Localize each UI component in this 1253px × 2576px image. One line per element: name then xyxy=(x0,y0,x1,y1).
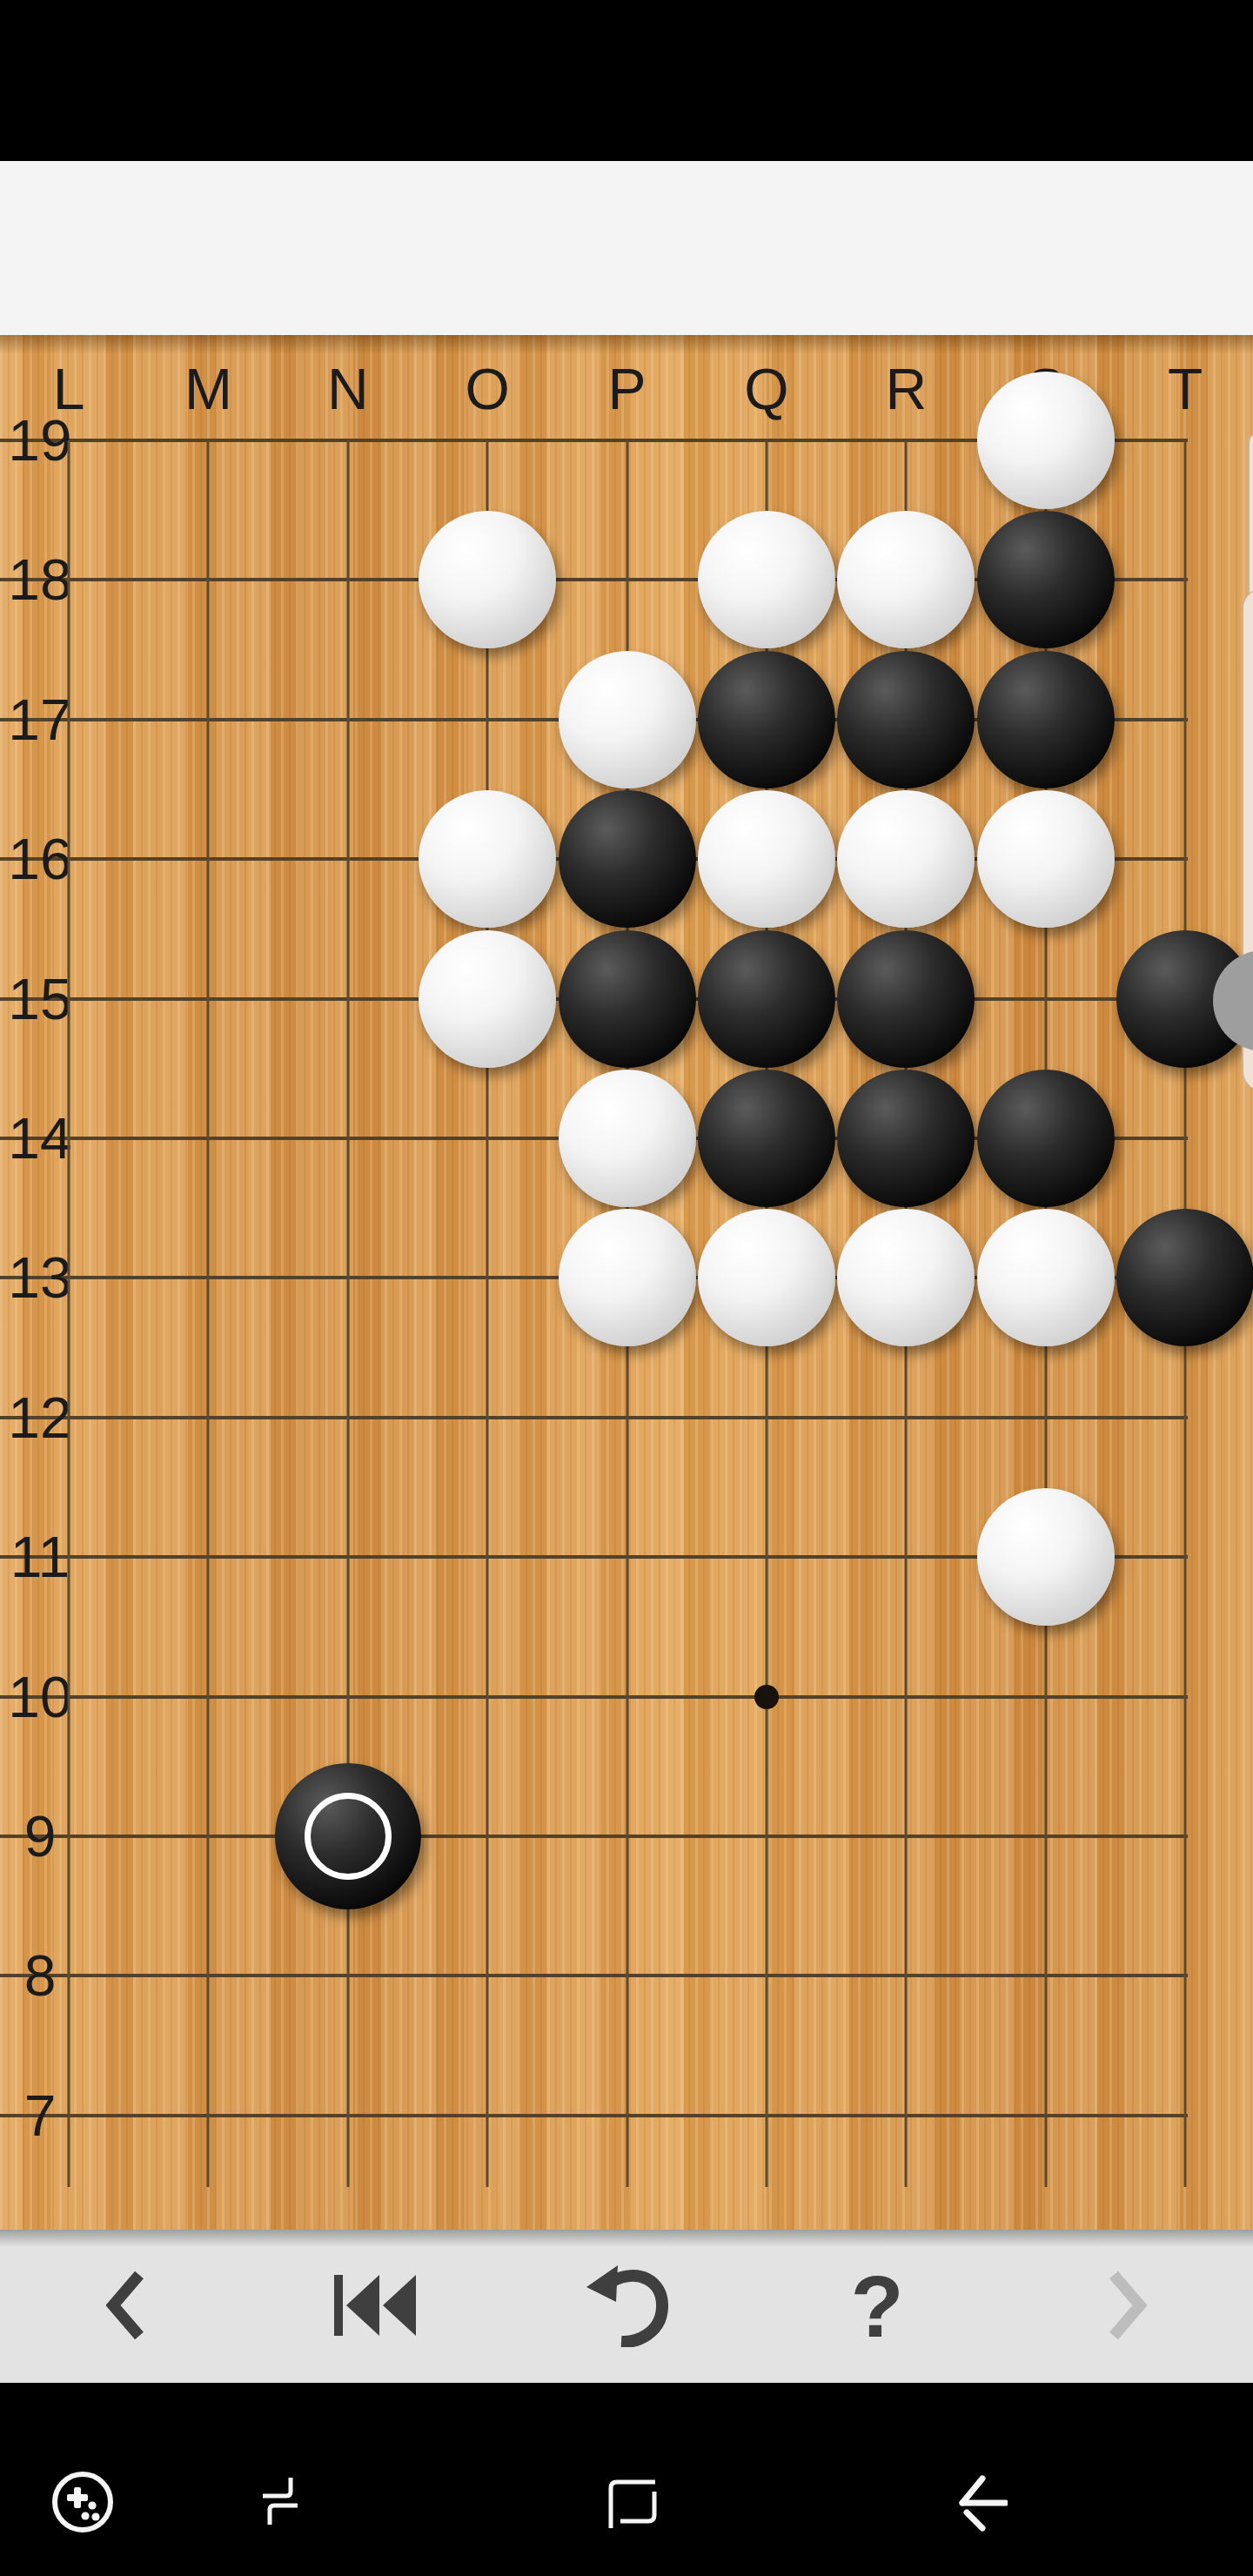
stone-black-Q15 xyxy=(698,930,835,1068)
undo-arrow-icon xyxy=(585,2264,668,2350)
row-label-8: 8 xyxy=(24,1942,57,2009)
stone-white-O18 xyxy=(419,511,556,648)
stone-white-O16 xyxy=(419,790,556,928)
game-tools-button[interactable] xyxy=(50,2469,116,2539)
row-label-13: 13 xyxy=(8,1244,71,1311)
row-label-16: 16 xyxy=(8,826,71,892)
grid-line-row-10 xyxy=(0,1695,1188,1699)
stone-black-R17 xyxy=(837,651,975,788)
go-board[interactable]: 19181716151413121110987LMNOPQRST xyxy=(0,335,1253,2230)
row-label-17: 17 xyxy=(8,687,71,753)
question-mark-icon: ? xyxy=(850,2263,903,2350)
stone-white-S11 xyxy=(977,1488,1115,1626)
grid-line-col-N xyxy=(346,440,349,2187)
recents-icon xyxy=(256,2518,306,2532)
column-label-Q: Q xyxy=(744,356,788,422)
row-label-14: 14 xyxy=(8,1105,71,1171)
stone-white-S19 xyxy=(977,372,1115,509)
stone-white-R13 xyxy=(837,1209,975,1346)
stone-white-S13 xyxy=(977,1209,1115,1346)
chevron-right-icon xyxy=(1109,2271,1147,2343)
stone-black-P15 xyxy=(559,930,696,1068)
column-label-N: N xyxy=(327,356,369,422)
stone-black-Q14 xyxy=(698,1070,835,1207)
last-move-marker xyxy=(305,1793,392,1880)
stone-black-T13 xyxy=(1116,1209,1253,1346)
back-button[interactable] xyxy=(64,2241,186,2371)
stone-white-R18 xyxy=(837,511,975,648)
grid-line-row-7 xyxy=(0,2114,1188,2117)
stone-white-P17 xyxy=(559,651,696,788)
edge-panel-sliver xyxy=(1248,433,1253,599)
stone-black-N9 xyxy=(275,1763,421,1909)
stone-white-R16 xyxy=(837,790,975,928)
forward-button[interactable] xyxy=(1067,2241,1189,2371)
grid-line-row-9 xyxy=(0,1835,1188,1838)
toolbar: ? xyxy=(0,2230,1253,2383)
back-button-nav[interactable] xyxy=(954,2472,1008,2536)
rewind-icon xyxy=(332,2274,419,2339)
stone-black-S18 xyxy=(977,511,1115,648)
header: 문제 2 해결됨 xyxy=(0,161,1253,335)
undo-button[interactable] xyxy=(566,2241,687,2371)
row-label-15: 15 xyxy=(8,966,71,1032)
grid-line-row-8 xyxy=(0,1974,1188,1977)
stone-white-Q18 xyxy=(698,511,835,648)
column-label-O: O xyxy=(466,356,510,422)
gamepad-circle-icon xyxy=(50,2523,116,2538)
row-label-12: 12 xyxy=(8,1385,71,1451)
home-outline-icon xyxy=(608,2519,659,2533)
grid-line-row-12 xyxy=(0,1416,1188,1419)
stone-black-R14 xyxy=(837,1070,975,1207)
android-nav-bar xyxy=(0,2383,1253,2576)
recents-button[interactable] xyxy=(256,2476,306,2533)
column-label-P: P xyxy=(608,356,647,422)
back-arrow-icon xyxy=(954,2520,1008,2535)
star-point-Q10 xyxy=(754,1685,779,1709)
row-label-11: 11 xyxy=(10,1524,70,1590)
row-label-9: 9 xyxy=(24,1803,57,1869)
column-label-L: L xyxy=(53,356,85,422)
column-label-R: R xyxy=(886,356,928,422)
stone-white-Q13 xyxy=(698,1209,835,1346)
chevron-left-icon xyxy=(106,2271,144,2343)
stone-black-S14 xyxy=(977,1070,1115,1207)
status-bar xyxy=(0,0,1253,161)
stone-white-Q16 xyxy=(698,790,835,928)
row-label-18: 18 xyxy=(8,547,71,613)
to-start-button[interactable] xyxy=(315,2241,437,2371)
stone-white-P13 xyxy=(559,1209,696,1346)
row-label-7: 7 xyxy=(24,2083,57,2149)
grid-line-col-L xyxy=(68,440,70,2187)
stone-white-S16 xyxy=(977,790,1115,928)
stone-black-S17 xyxy=(977,651,1115,788)
row-label-10: 10 xyxy=(8,1664,71,1730)
home-button[interactable] xyxy=(608,2479,659,2534)
stone-black-P16 xyxy=(559,790,696,928)
stone-white-P14 xyxy=(559,1070,696,1207)
stone-black-Q17 xyxy=(698,651,835,788)
grid-line-col-O xyxy=(486,440,489,2187)
column-label-M: M xyxy=(184,356,232,422)
stone-white-O15 xyxy=(419,930,556,1068)
column-label-T: T xyxy=(1168,356,1203,422)
stone-black-R15 xyxy=(837,930,975,1068)
hint-button[interactable]: ? xyxy=(816,2241,938,2371)
grid-line-col-M xyxy=(207,440,210,2187)
